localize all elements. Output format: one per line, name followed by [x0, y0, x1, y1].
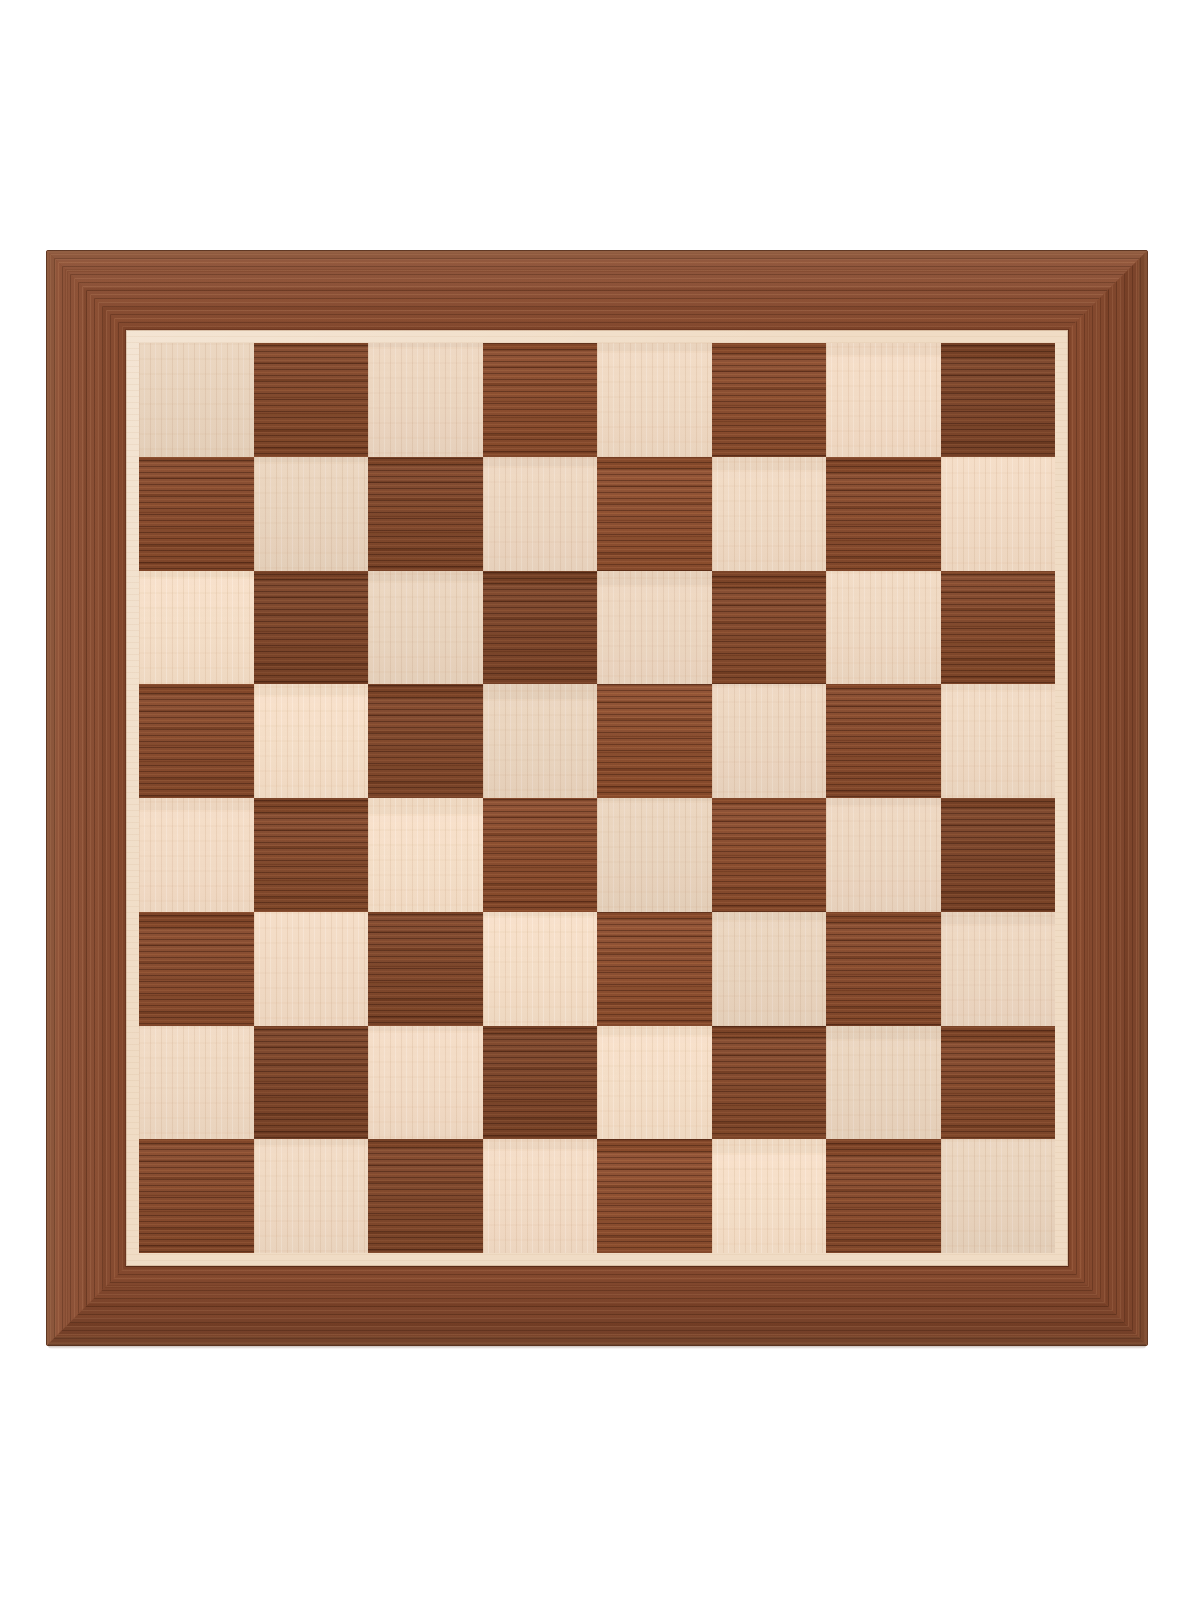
square-h3[interactable] [941, 912, 1056, 1026]
square-f8[interactable] [712, 343, 827, 457]
square-c4[interactable] [368, 798, 483, 912]
square-e2[interactable] [597, 1026, 712, 1140]
square-d1[interactable] [483, 1139, 598, 1253]
square-a7[interactable] [139, 457, 254, 571]
square-e6[interactable] [597, 571, 712, 685]
photo-background [0, 0, 1200, 1600]
square-g2[interactable] [826, 1026, 941, 1140]
board-frame-left-rail [46, 250, 126, 1346]
square-g6[interactable] [826, 571, 941, 685]
square-c3[interactable] [368, 912, 483, 1026]
square-h6[interactable] [941, 571, 1056, 685]
square-f4[interactable] [712, 798, 827, 912]
square-b4[interactable] [254, 798, 369, 912]
square-b6[interactable] [254, 571, 369, 685]
square-d4[interactable] [483, 798, 598, 912]
square-g3[interactable] [826, 912, 941, 1026]
square-f3[interactable] [712, 912, 827, 1026]
square-d8[interactable] [483, 343, 598, 457]
square-a1[interactable] [139, 1139, 254, 1253]
square-d7[interactable] [483, 457, 598, 571]
board-frame-top-rail [46, 250, 1148, 330]
square-c6[interactable] [368, 571, 483, 685]
square-a8[interactable] [139, 343, 254, 457]
square-d3[interactable] [483, 912, 598, 1026]
square-d6[interactable] [483, 571, 598, 685]
chess-board [46, 250, 1148, 1346]
square-a3[interactable] [139, 912, 254, 1026]
square-f2[interactable] [712, 1026, 827, 1140]
square-a4[interactable] [139, 798, 254, 912]
square-c1[interactable] [368, 1139, 483, 1253]
square-h5[interactable] [941, 684, 1056, 798]
square-b2[interactable] [254, 1026, 369, 1140]
square-g5[interactable] [826, 684, 941, 798]
square-g4[interactable] [826, 798, 941, 912]
square-d2[interactable] [483, 1026, 598, 1140]
square-e7[interactable] [597, 457, 712, 571]
square-f5[interactable] [712, 684, 827, 798]
square-b1[interactable] [254, 1139, 369, 1253]
square-h2[interactable] [941, 1026, 1056, 1140]
square-h1[interactable] [941, 1139, 1056, 1253]
square-e1[interactable] [597, 1139, 712, 1253]
square-e4[interactable] [597, 798, 712, 912]
square-a5[interactable] [139, 684, 254, 798]
square-a2[interactable] [139, 1026, 254, 1140]
square-b7[interactable] [254, 457, 369, 571]
square-c5[interactable] [368, 684, 483, 798]
square-e8[interactable] [597, 343, 712, 457]
square-b5[interactable] [254, 684, 369, 798]
square-d5[interactable] [483, 684, 598, 798]
square-b8[interactable] [254, 343, 369, 457]
square-c7[interactable] [368, 457, 483, 571]
square-h4[interactable] [941, 798, 1056, 912]
square-f7[interactable] [712, 457, 827, 571]
square-b3[interactable] [254, 912, 369, 1026]
square-g8[interactable] [826, 343, 941, 457]
board-grid [139, 343, 1055, 1253]
square-g1[interactable] [826, 1139, 941, 1253]
board-frame-right-rail [1068, 250, 1148, 1346]
square-h8[interactable] [941, 343, 1056, 457]
square-f1[interactable] [712, 1139, 827, 1253]
square-c2[interactable] [368, 1026, 483, 1140]
square-a6[interactable] [139, 571, 254, 685]
square-f6[interactable] [712, 571, 827, 685]
board-frame-bottom-rail [46, 1266, 1148, 1346]
square-e5[interactable] [597, 684, 712, 798]
square-e3[interactable] [597, 912, 712, 1026]
square-g7[interactable] [826, 457, 941, 571]
square-h7[interactable] [941, 457, 1056, 571]
square-c8[interactable] [368, 343, 483, 457]
